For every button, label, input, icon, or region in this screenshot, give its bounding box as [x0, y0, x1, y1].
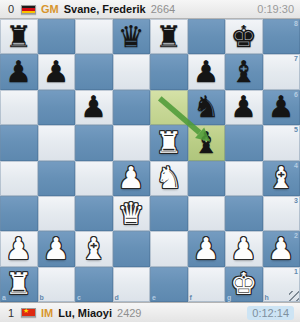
square-f5[interactable]: ♝ [188, 125, 226, 160]
square-d7[interactable] [113, 54, 151, 89]
white-rook: ♜ [150, 125, 188, 160]
rank-label-3: 3 [294, 197, 298, 204]
white-bishop: ♝ [75, 231, 113, 266]
square-d4[interactable]: ♟ [113, 161, 151, 196]
square-c2[interactable]: ♝ [75, 231, 113, 266]
square-g6[interactable]: ♟ [225, 90, 263, 125]
square-e4[interactable]: ♞ [150, 161, 188, 196]
rank-label-1: 1 [294, 268, 298, 275]
black-pawn: ♟ [225, 90, 263, 125]
file-label-d: d [115, 294, 119, 301]
black-pawn: ♟ [75, 90, 113, 125]
square-g5[interactable] [225, 125, 263, 160]
square-b5[interactable] [38, 125, 76, 160]
square-f3[interactable] [188, 196, 226, 231]
top-player-name: Svane, Frederik [64, 3, 146, 15]
square-a6[interactable] [0, 90, 38, 125]
resize-handle[interactable] [289, 291, 299, 301]
black-rook: ♜ [150, 19, 188, 54]
square-a5[interactable] [0, 125, 38, 160]
square-e7[interactable] [150, 54, 188, 89]
square-a7[interactable]: ♟ [0, 54, 38, 89]
square-e5[interactable]: ♜ [150, 125, 188, 160]
square-c8[interactable] [75, 19, 113, 54]
bottom-player-rating: 2429 [117, 307, 141, 319]
square-f1[interactable]: f [188, 267, 226, 302]
square-g3[interactable] [225, 196, 263, 231]
rank-label-4: 4 [294, 162, 298, 169]
black-rook: ♜ [0, 19, 38, 54]
white-bishop: ♝ [263, 161, 301, 196]
black-bishop: ♝ [188, 125, 226, 160]
black-pawn: ♟ [263, 90, 301, 125]
chess-board: ♜♛♜♚8♟♟♟♝7♟♞♟♟6♜♝5♟♞♝4♛3♟♟♝♟♟♟2♜abcdef♚g… [0, 19, 300, 302]
top-player-title: GM [41, 3, 59, 15]
black-knight: ♞ [188, 90, 226, 125]
file-label-h: h [265, 294, 269, 301]
square-h7[interactable]: 7 [263, 54, 301, 89]
black-king: ♚ [225, 19, 263, 54]
square-f8[interactable] [188, 19, 226, 54]
file-label-c: c [77, 294, 81, 301]
square-g2[interactable]: ♟ [225, 231, 263, 266]
black-bishop: ♝ [225, 54, 263, 89]
top-player-score: 0 [6, 3, 16, 15]
white-pawn: ♟ [38, 231, 76, 266]
white-pawn: ♟ [113, 161, 151, 196]
square-c1[interactable]: c [75, 267, 113, 302]
rank-label-5: 5 [294, 126, 298, 133]
top-player-rating: 2664 [151, 3, 175, 15]
square-f6[interactable]: ♞ [188, 90, 226, 125]
square-d6[interactable] [113, 90, 151, 125]
square-b6[interactable] [38, 90, 76, 125]
square-b3[interactable] [38, 196, 76, 231]
square-h4[interactable]: ♝4 [263, 161, 301, 196]
square-e2[interactable] [150, 231, 188, 266]
square-b7[interactable]: ♟ [38, 54, 76, 89]
square-e8[interactable]: ♜ [150, 19, 188, 54]
file-label-b: b [40, 294, 44, 301]
file-label-e: e [152, 294, 156, 301]
bottom-player-bar: 1 ★ IM Lu, Miaoyi 2429 0:12:14 [0, 302, 300, 322]
square-f7[interactable]: ♟ [188, 54, 226, 89]
square-g1[interactable]: ♚g [225, 267, 263, 302]
square-d1[interactable]: d [113, 267, 151, 302]
chess-broadcast-window: 0 GM Svane, Frederik 2664 0:19:30 ♜♛♜♚8♟… [0, 0, 300, 323]
white-pawn: ♟ [188, 231, 226, 266]
square-b8[interactable] [38, 19, 76, 54]
white-knight: ♞ [150, 161, 188, 196]
square-e6[interactable] [150, 90, 188, 125]
rank-label-8: 8 [294, 20, 298, 27]
white-pawn: ♟ [225, 231, 263, 266]
square-g8[interactable]: ♚ [225, 19, 263, 54]
square-h3[interactable]: 3 [263, 196, 301, 231]
square-a1[interactable]: ♜a [0, 267, 38, 302]
square-d3[interactable]: ♛ [113, 196, 151, 231]
square-c5[interactable] [75, 125, 113, 160]
square-b2[interactable]: ♟ [38, 231, 76, 266]
bottom-player-clock: 0:12:14 [247, 306, 294, 320]
square-d5[interactable] [113, 125, 151, 160]
square-a3[interactable] [0, 196, 38, 231]
square-h8[interactable]: 8 [263, 19, 301, 54]
square-f2[interactable]: ♟ [188, 231, 226, 266]
file-label-g: g [227, 294, 231, 301]
black-pawn: ♟ [0, 54, 38, 89]
black-queen: ♛ [113, 19, 151, 54]
black-pawn: ♟ [188, 54, 226, 89]
square-g4[interactable] [225, 161, 263, 196]
file-label-a: a [2, 294, 6, 301]
square-g7[interactable]: ♝ [225, 54, 263, 89]
square-a8[interactable]: ♜ [0, 19, 38, 54]
black-pawn: ♟ [38, 54, 76, 89]
square-b1[interactable]: b [38, 267, 76, 302]
square-c4[interactable] [75, 161, 113, 196]
china-flag-icon: ★ [21, 308, 36, 317]
white-rook: ♜ [0, 267, 38, 302]
square-d2[interactable] [113, 231, 151, 266]
rank-label-7: 7 [294, 55, 298, 62]
square-d8[interactable]: ♛ [113, 19, 151, 54]
square-c3[interactable] [75, 196, 113, 231]
file-label-f: f [190, 294, 192, 301]
square-h5[interactable]: 5 [263, 125, 301, 160]
white-king: ♚ [225, 267, 263, 302]
square-a4[interactable] [0, 161, 38, 196]
square-e3[interactable] [150, 196, 188, 231]
bottom-player-score: 1 [6, 307, 16, 319]
rank-label-6: 6 [294, 91, 298, 98]
white-pawn: ♟ [0, 231, 38, 266]
top-player-bar: 0 GM Svane, Frederik 2664 0:19:30 [0, 0, 300, 19]
bottom-player-name: Lu, Miaoyi [58, 307, 112, 319]
square-h6[interactable]: ♟6 [263, 90, 301, 125]
rank-label-2: 2 [294, 232, 298, 239]
germany-flag-icon [21, 5, 36, 14]
white-queen: ♛ [113, 196, 151, 231]
square-e1[interactable]: e [150, 267, 188, 302]
square-a2[interactable]: ♟ [0, 231, 38, 266]
square-f4[interactable] [188, 161, 226, 196]
square-c6[interactable]: ♟ [75, 90, 113, 125]
bottom-player-title: IM [41, 307, 53, 319]
white-pawn: ♟ [263, 231, 301, 266]
top-player-clock: 0:19:30 [257, 3, 294, 15]
square-c7[interactable] [75, 54, 113, 89]
square-b4[interactable] [38, 161, 76, 196]
square-h2[interactable]: ♟2 [263, 231, 301, 266]
